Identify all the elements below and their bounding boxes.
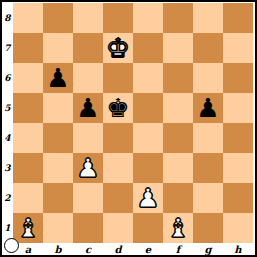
chess-board: ♚♟♟♚♟♟♟♝♝ bbox=[13, 3, 253, 243]
white-pawn-c3: ♟ bbox=[76, 153, 99, 183]
square-d2 bbox=[103, 183, 133, 213]
square-a8 bbox=[13, 3, 43, 33]
rank-label-7: 7 bbox=[2, 33, 13, 63]
square-c8 bbox=[73, 3, 103, 33]
square-g8 bbox=[193, 3, 223, 33]
rank-label-2: 2 bbox=[2, 183, 13, 213]
square-c4 bbox=[73, 123, 103, 153]
square-d8 bbox=[103, 3, 133, 33]
square-c1 bbox=[73, 213, 103, 243]
square-f4 bbox=[163, 123, 193, 153]
square-e7 bbox=[133, 33, 163, 63]
black-pawn-c5: ♟ bbox=[76, 93, 99, 123]
square-d6 bbox=[103, 63, 133, 93]
square-a6 bbox=[13, 63, 43, 93]
square-f8 bbox=[163, 3, 193, 33]
square-a7 bbox=[13, 33, 43, 63]
square-e2: ♟ bbox=[133, 183, 163, 213]
square-g1 bbox=[193, 213, 223, 243]
square-a1: ♝ bbox=[13, 213, 43, 243]
square-g6 bbox=[193, 63, 223, 93]
square-b7 bbox=[43, 33, 73, 63]
square-g5: ♟ bbox=[193, 93, 223, 123]
rank-label-6: 6 bbox=[2, 63, 13, 93]
square-d7: ♚ bbox=[103, 33, 133, 63]
rank-labels: 87654321 bbox=[2, 3, 13, 243]
square-f3 bbox=[163, 153, 193, 183]
square-e6 bbox=[133, 63, 163, 93]
square-g3 bbox=[193, 153, 223, 183]
square-e3 bbox=[133, 153, 163, 183]
white-pawn-e2: ♟ bbox=[136, 183, 159, 213]
file-label-g: g bbox=[193, 243, 223, 256]
square-e1 bbox=[133, 213, 163, 243]
black-king-d5: ♚ bbox=[106, 93, 129, 123]
black-pawn-b6: ♟ bbox=[46, 63, 69, 93]
rank-label-5: 5 bbox=[2, 93, 13, 123]
square-e5 bbox=[133, 93, 163, 123]
file-label-c: c bbox=[73, 243, 103, 256]
square-a5 bbox=[13, 93, 43, 123]
white-bishop-a1: ♝ bbox=[16, 213, 39, 243]
black-pawn-g5: ♟ bbox=[196, 93, 219, 123]
square-h8 bbox=[223, 3, 253, 33]
square-d1 bbox=[103, 213, 133, 243]
square-d4 bbox=[103, 123, 133, 153]
square-b2 bbox=[43, 183, 73, 213]
square-a4 bbox=[13, 123, 43, 153]
chess-diagram: 87654321 ♚♟♟♚♟♟♟♝♝ abcdefgh bbox=[0, 0, 257, 257]
square-d3 bbox=[103, 153, 133, 183]
file-label-e: e bbox=[133, 243, 163, 256]
square-g4 bbox=[193, 123, 223, 153]
square-h4 bbox=[223, 123, 253, 153]
square-c2 bbox=[73, 183, 103, 213]
square-h7 bbox=[223, 33, 253, 63]
square-e8 bbox=[133, 3, 163, 33]
square-g2 bbox=[193, 183, 223, 213]
square-h5 bbox=[223, 93, 253, 123]
rank-label-3: 3 bbox=[2, 153, 13, 183]
rank-label-4: 4 bbox=[2, 123, 13, 153]
file-label-d: d bbox=[103, 243, 133, 256]
square-f7 bbox=[163, 33, 193, 63]
square-d5: ♚ bbox=[103, 93, 133, 123]
square-f6 bbox=[163, 63, 193, 93]
white-king-d7: ♚ bbox=[106, 33, 129, 63]
square-b8 bbox=[43, 3, 73, 33]
file-label-f: f bbox=[163, 243, 193, 256]
square-b5 bbox=[43, 93, 73, 123]
file-labels: abcdefgh bbox=[13, 243, 253, 256]
square-h3 bbox=[223, 153, 253, 183]
rank-label-8: 8 bbox=[2, 3, 13, 33]
side-to-move-indicator bbox=[4, 238, 19, 253]
square-c7 bbox=[73, 33, 103, 63]
square-b6: ♟ bbox=[43, 63, 73, 93]
file-label-b: b bbox=[43, 243, 73, 256]
square-g7 bbox=[193, 33, 223, 63]
square-f1: ♝ bbox=[163, 213, 193, 243]
square-h1 bbox=[223, 213, 253, 243]
square-c5: ♟ bbox=[73, 93, 103, 123]
file-label-h: h bbox=[223, 243, 253, 256]
square-c3: ♟ bbox=[73, 153, 103, 183]
square-a2 bbox=[13, 183, 43, 213]
square-b4 bbox=[43, 123, 73, 153]
square-e4 bbox=[133, 123, 163, 153]
square-b1 bbox=[43, 213, 73, 243]
square-f2 bbox=[163, 183, 193, 213]
square-c6 bbox=[73, 63, 103, 93]
square-f5 bbox=[163, 93, 193, 123]
white-bishop-f1: ♝ bbox=[166, 213, 189, 243]
square-b3 bbox=[43, 153, 73, 183]
square-a3 bbox=[13, 153, 43, 183]
square-h2 bbox=[223, 183, 253, 213]
square-h6 bbox=[223, 63, 253, 93]
